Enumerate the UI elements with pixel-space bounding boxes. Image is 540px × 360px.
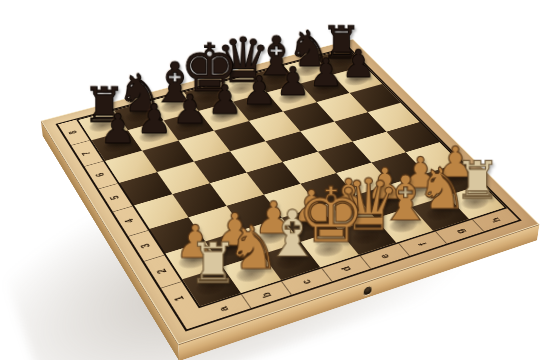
black-pawn-g7: ♟ [309,54,344,93]
black-pawn-f7: ♟ [275,63,310,102]
square-a7: ♟ [92,130,143,161]
photo-stage: 87654321 ♜♞♝♚♛♝♞♜♟♟♟♟♟♟♟♟♟♟♟♟♟♟♟♟♜♞♝♚♛♝♞… [0,0,540,360]
black-pawn-b7: ♟ [136,99,172,140]
black-pawn-a7: ♟ [99,109,136,150]
black-pawn-c7: ♟ [172,90,208,130]
black-pawn-d7: ♟ [207,81,243,121]
black-pawn-e7: ♟ [242,71,277,111]
black-pawn-h7: ♟ [341,45,375,83]
white-rook-a1: ♜ [188,236,238,292]
keyhole-clasp-icon [364,285,372,295]
square-e5 [265,131,317,162]
